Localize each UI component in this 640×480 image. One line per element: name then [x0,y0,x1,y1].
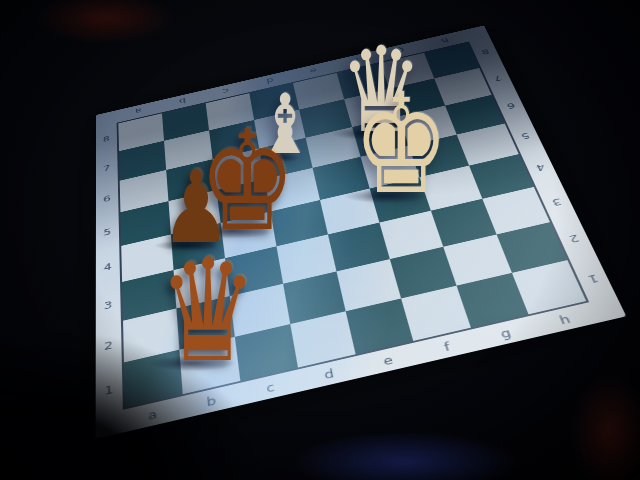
photo-scene: abcdefgh abcdefgh 87654321 87654321 ♛ ♚ … [0,0,640,480]
board-rotation-wrap: abcdefgh abcdefgh 87654321 87654321 [0,0,640,480]
board-mat: abcdefgh abcdefgh 87654321 87654321 [96,25,627,438]
rank-label-left-2: 2 [96,322,122,370]
rank-label-left-3: 3 [96,283,121,328]
rank-label-left-5: 5 [96,212,119,251]
chess-board: abcdefgh abcdefgh 87654321 87654321 [96,25,627,438]
rank-label-left-1: 1 [96,364,123,416]
rank-label-left-4: 4 [96,246,120,288]
